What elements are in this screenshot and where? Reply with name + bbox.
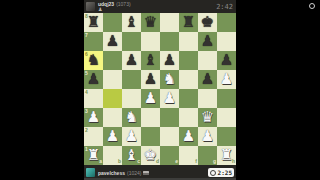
square-h4[interactable] bbox=[217, 89, 236, 108]
square-g7[interactable]: ♟ bbox=[198, 32, 217, 51]
square-b6[interactable] bbox=[103, 51, 122, 70]
square-f2[interactable]: ♟ bbox=[179, 127, 198, 146]
black-bishop[interactable]: ♝ bbox=[141, 51, 160, 70]
file-label-f: f bbox=[195, 159, 197, 164]
square-d3[interactable] bbox=[141, 108, 160, 127]
clock-icon bbox=[210, 170, 216, 176]
square-g5[interactable]: ♟ bbox=[198, 70, 217, 89]
square-d6[interactable]: ♝ bbox=[141, 51, 160, 70]
square-b2[interactable]: ♟ bbox=[103, 127, 122, 146]
square-a7[interactable]: 7 bbox=[84, 32, 103, 51]
black-rook[interactable]: ♜ bbox=[84, 13, 103, 32]
square-f7[interactable] bbox=[179, 32, 198, 51]
white-pawn[interactable]: ♟ bbox=[198, 127, 217, 146]
square-f8[interactable]: ♜ bbox=[179, 13, 198, 32]
white-pawn[interactable]: ♟ bbox=[103, 127, 122, 146]
info-icon[interactable] bbox=[309, 3, 315, 9]
square-c8[interactable]: ♝ bbox=[122, 13, 141, 32]
white-rook[interactable]: ♜ bbox=[217, 146, 236, 165]
square-a8[interactable]: 8♜ bbox=[84, 13, 103, 32]
square-e4[interactable]: ♟ bbox=[160, 89, 179, 108]
chess-app: udqj23 (1073) ♟ 2:42 8♜♝♛♜♚7♟♟6♞♟♝♟♟5♟♟♞… bbox=[84, 0, 236, 180]
white-king[interactable]: ♚ bbox=[141, 146, 160, 165]
square-a5[interactable]: 5♟ bbox=[84, 70, 103, 89]
square-g1[interactable]: g bbox=[198, 146, 217, 165]
file-label-g: g bbox=[213, 159, 216, 164]
square-b4[interactable] bbox=[103, 89, 122, 108]
black-pawn[interactable]: ♟ bbox=[198, 70, 217, 89]
square-d2[interactable] bbox=[141, 127, 160, 146]
top-player-captured-pieces: ♟ bbox=[98, 7, 131, 12]
square-b7[interactable]: ♟ bbox=[103, 32, 122, 51]
square-a6[interactable]: 6♞ bbox=[84, 51, 103, 70]
black-bishop[interactable]: ♝ bbox=[122, 13, 141, 32]
black-pawn[interactable]: ♟ bbox=[217, 51, 236, 70]
white-knight[interactable]: ♞ bbox=[160, 70, 179, 89]
black-queen[interactable]: ♛ bbox=[141, 13, 160, 32]
square-c3[interactable]: ♞ bbox=[122, 108, 141, 127]
black-rook[interactable]: ♜ bbox=[179, 13, 198, 32]
square-f4[interactable] bbox=[179, 89, 198, 108]
video-frame: udqj23 (1073) ♟ 2:42 8♜♝♛♜♚7♟♟6♞♟♝♟♟5♟♟♞… bbox=[0, 0, 320, 180]
square-c6[interactable]: ♟ bbox=[122, 51, 141, 70]
square-f6[interactable] bbox=[179, 51, 198, 70]
bottom-player-clock-box: 2:25 bbox=[208, 168, 234, 177]
square-e3[interactable] bbox=[160, 108, 179, 127]
square-c1[interactable]: c♝ bbox=[122, 146, 141, 165]
white-rook[interactable]: ♜ bbox=[84, 146, 103, 165]
square-b3[interactable] bbox=[103, 108, 122, 127]
white-bishop[interactable]: ♝ bbox=[122, 146, 141, 165]
black-pawn[interactable]: ♟ bbox=[103, 32, 122, 51]
square-h7[interactable] bbox=[217, 32, 236, 51]
bottom-player-rating: (1024) bbox=[127, 170, 141, 176]
square-h8[interactable] bbox=[217, 13, 236, 32]
square-a2[interactable]: 2 bbox=[84, 127, 103, 146]
white-pawn[interactable]: ♟ bbox=[179, 127, 198, 146]
square-g2[interactable]: ♟ bbox=[198, 127, 217, 146]
square-d5[interactable]: ♟ bbox=[141, 70, 160, 89]
flag-icon bbox=[143, 171, 149, 175]
black-pawn[interactable]: ♟ bbox=[160, 51, 179, 70]
square-h3[interactable] bbox=[217, 108, 236, 127]
file-label-e: e bbox=[175, 159, 178, 164]
square-d7[interactable] bbox=[141, 32, 160, 51]
white-pawn[interactable]: ♟ bbox=[122, 127, 141, 146]
white-knight[interactable]: ♞ bbox=[122, 108, 141, 127]
white-queen[interactable]: ♛ bbox=[198, 108, 217, 127]
rank-label-7: 7 bbox=[85, 33, 88, 38]
white-pawn[interactable]: ♟ bbox=[141, 89, 160, 108]
square-b1[interactable]: b bbox=[103, 146, 122, 165]
rank-label-2: 2 bbox=[85, 128, 88, 133]
white-pawn[interactable]: ♟ bbox=[160, 89, 179, 108]
square-e8[interactable] bbox=[160, 13, 179, 32]
square-e2[interactable] bbox=[160, 127, 179, 146]
square-e7[interactable] bbox=[160, 32, 179, 51]
square-a1[interactable]: 1a♜ bbox=[84, 146, 103, 165]
square-e6[interactable]: ♟ bbox=[160, 51, 179, 70]
chess-board[interactable]: 8♜♝♛♜♚7♟♟6♞♟♝♟♟5♟♟♞♟♟4♟♟3♟♞♛2♟♟♟♟1a♜bc♝d… bbox=[84, 13, 236, 165]
square-c7[interactable] bbox=[122, 32, 141, 51]
bottom-player-avatar[interactable] bbox=[86, 168, 95, 177]
square-h1[interactable]: h♜ bbox=[217, 146, 236, 165]
square-h5[interactable]: ♟ bbox=[217, 70, 236, 89]
square-f3[interactable] bbox=[179, 108, 198, 127]
square-f1[interactable]: f bbox=[179, 146, 198, 165]
black-pawn[interactable]: ♟ bbox=[122, 51, 141, 70]
white-pawn[interactable]: ♟ bbox=[217, 70, 236, 89]
square-c4[interactable] bbox=[122, 89, 141, 108]
square-d8[interactable]: ♛ bbox=[141, 13, 160, 32]
square-b8[interactable] bbox=[103, 13, 122, 32]
square-e5[interactable]: ♞ bbox=[160, 70, 179, 89]
white-pawn[interactable]: ♟ bbox=[84, 108, 103, 127]
file-label-b: b bbox=[118, 159, 121, 164]
top-player-clock: 2:42 bbox=[216, 3, 233, 11]
square-h2[interactable] bbox=[217, 127, 236, 146]
square-d1[interactable]: d♚ bbox=[141, 146, 160, 165]
bottom-player-info: pavelchess (1024) bbox=[98, 170, 149, 176]
rank-label-4: 4 bbox=[85, 90, 88, 95]
black-king[interactable]: ♚ bbox=[198, 13, 217, 32]
top-player-avatar[interactable] bbox=[86, 2, 95, 11]
top-player-info: udqj23 (1073) ♟ bbox=[98, 1, 131, 12]
black-knight[interactable]: ♞ bbox=[84, 51, 103, 70]
square-c2[interactable]: ♟ bbox=[122, 127, 141, 146]
top-player-bar: udqj23 (1073) ♟ 2:42 bbox=[84, 0, 236, 13]
square-g3[interactable]: ♛ bbox=[198, 108, 217, 127]
square-d4[interactable]: ♟ bbox=[141, 89, 160, 108]
square-g4[interactable] bbox=[198, 89, 217, 108]
square-e1[interactable]: e bbox=[160, 146, 179, 165]
bottom-player-name: pavelchess bbox=[98, 170, 125, 176]
square-c5[interactable] bbox=[122, 70, 141, 89]
square-b5[interactable] bbox=[103, 70, 122, 89]
black-pawn[interactable]: ♟ bbox=[141, 70, 160, 89]
square-f5[interactable] bbox=[179, 70, 198, 89]
square-a3[interactable]: 3♟ bbox=[84, 108, 103, 127]
bottom-player-clock: 2:25 bbox=[218, 169, 232, 176]
black-pawn[interactable]: ♟ bbox=[84, 70, 103, 89]
square-g8[interactable]: ♚ bbox=[198, 13, 217, 32]
square-a4[interactable]: 4 bbox=[84, 89, 103, 108]
video-progress-strip[interactable] bbox=[84, 178, 236, 180]
square-h6[interactable]: ♟ bbox=[217, 51, 236, 70]
black-pawn[interactable]: ♟ bbox=[198, 32, 217, 51]
square-g6[interactable] bbox=[198, 51, 217, 70]
